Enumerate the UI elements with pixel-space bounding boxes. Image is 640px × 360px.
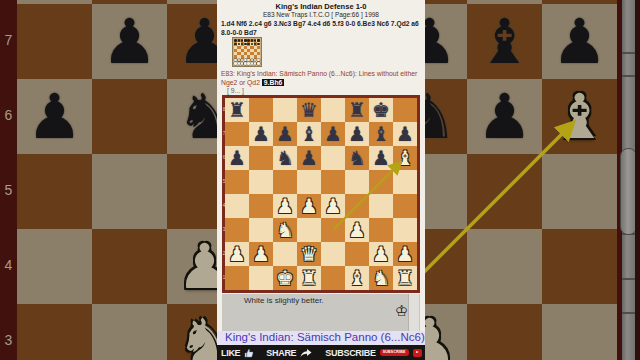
rank-label-5: 5 xyxy=(222,179,226,184)
square-d6[interactable]: ♟ xyxy=(297,146,321,170)
thumbnail-board xyxy=(234,39,260,65)
square-g3[interactable] xyxy=(369,218,393,242)
thumbnail-square xyxy=(257,62,260,65)
square-g2[interactable]: ♟ xyxy=(369,242,393,266)
rank-label-3: 3 xyxy=(222,227,226,232)
square-b8[interactable] xyxy=(249,98,273,122)
black-pawn[interactable]: ♟ xyxy=(300,146,318,170)
square-f6[interactable]: ♞ xyxy=(345,146,369,170)
square-a2[interactable]: ♟ xyxy=(225,242,249,266)
annotation-scrollbar[interactable] xyxy=(408,294,419,331)
black-rook[interactable]: ♜ xyxy=(348,98,366,122)
black-pawn[interactable]: ♟ xyxy=(372,146,390,170)
rank-label-2: 2 xyxy=(222,251,226,256)
like-button[interactable]: LIKE xyxy=(221,348,240,358)
black-pawn[interactable]: ♟ xyxy=(276,122,294,146)
square-d4[interactable]: ♟ xyxy=(297,194,321,218)
white-pawn[interactable]: ♟ xyxy=(300,194,318,218)
rank-label-4: 4 xyxy=(222,203,226,208)
king-logo-icon: ♔ xyxy=(395,304,408,319)
black-pawn[interactable]: ♟ xyxy=(228,146,246,170)
white-pawn[interactable]: ♟ xyxy=(252,242,270,266)
square-e3[interactable] xyxy=(321,218,345,242)
square-f3[interactable]: ♟ xyxy=(345,218,369,242)
square-f5[interactable] xyxy=(345,170,369,194)
white-pawn[interactable]: ♟ xyxy=(372,242,390,266)
square-e2[interactable] xyxy=(321,242,345,266)
rank-label-7: 7 xyxy=(222,131,226,136)
white-knight[interactable]: ♞ xyxy=(372,266,390,290)
square-c6[interactable]: ♞ xyxy=(273,146,297,170)
highlighted-move[interactable]: 9.Bh6 xyxy=(262,79,285,86)
white-rook[interactable]: ♜ xyxy=(396,266,414,290)
square-g7[interactable]: ♝ xyxy=(369,122,393,146)
square-h1[interactable]: ♜ xyxy=(393,266,417,290)
square-a6[interactable]: ♟ xyxy=(225,146,249,170)
game-subtitle: E83 New Traps I.T.C.O [ Page:66 ] 1998 xyxy=(217,11,425,18)
square-d8[interactable]: ♛ xyxy=(297,98,321,122)
share-arrow-icon[interactable] xyxy=(300,348,312,358)
square-e8[interactable] xyxy=(321,98,345,122)
white-rook[interactable]: ♜ xyxy=(300,266,318,290)
action-bar: LIKE SHARE SUBSCRIBE SUBSCRIBE xyxy=(217,345,425,360)
white-bishop[interactable]: ♝ xyxy=(396,146,414,170)
white-king[interactable]: ♚ xyxy=(276,266,294,290)
square-c7[interactable]: ♟ xyxy=(273,122,297,146)
opening-thumbnail[interactable] xyxy=(232,37,262,67)
square-a7[interactable] xyxy=(225,122,249,146)
square-f8[interactable]: ♜ xyxy=(345,98,369,122)
black-pawn[interactable]: ♟ xyxy=(396,122,414,146)
square-c1[interactable]: ♚ xyxy=(273,266,297,290)
square-h2[interactable]: ♟ xyxy=(393,242,417,266)
square-a8[interactable]: ♜ xyxy=(225,98,249,122)
square-e1[interactable] xyxy=(321,266,345,290)
video-title-strip: King's Indian: Sämisch Panno (6...Nc6): … xyxy=(217,331,425,345)
black-king[interactable]: ♚ xyxy=(372,98,390,122)
square-h3[interactable] xyxy=(393,218,417,242)
square-b4[interactable] xyxy=(249,194,273,218)
black-bishop[interactable]: ♝ xyxy=(300,122,318,146)
white-queen[interactable]: ♛ xyxy=(300,242,318,266)
square-f1[interactable]: ♝ xyxy=(345,266,369,290)
square-c8[interactable] xyxy=(273,98,297,122)
square-g6[interactable]: ♟ xyxy=(369,146,393,170)
move-prompt: [ 9... ] xyxy=(227,87,244,94)
white-pawn[interactable]: ♟ xyxy=(348,218,366,242)
square-e6[interactable] xyxy=(321,146,345,170)
square-b7[interactable]: ♟ xyxy=(249,122,273,146)
game-title: King's Indian Defense 1-0 xyxy=(217,2,425,11)
square-g8[interactable]: ♚ xyxy=(369,98,393,122)
square-c3[interactable]: ♞ xyxy=(273,218,297,242)
white-knight[interactable]: ♞ xyxy=(276,218,294,242)
square-b5[interactable] xyxy=(249,170,273,194)
black-knight[interactable]: ♞ xyxy=(348,146,366,170)
youtube-icon[interactable] xyxy=(413,349,422,357)
video-title: King's Indian: Sämisch Panno (6...Nc6): … xyxy=(225,331,425,343)
annotation-pane: White is slightly better. ♔ xyxy=(222,294,420,331)
square-a5[interactable] xyxy=(225,170,249,194)
square-e7[interactable]: ♟ xyxy=(321,122,345,146)
square-d2[interactable]: ♛ xyxy=(297,242,321,266)
black-pawn[interactable]: ♟ xyxy=(348,122,366,146)
square-g1[interactable]: ♞ xyxy=(369,266,393,290)
subscribe-button[interactable]: SUBSCRIBE xyxy=(380,349,409,357)
black-bishop[interactable]: ♝ xyxy=(372,122,390,146)
rank-label-6: 6 xyxy=(222,155,226,160)
evaluation-text: White is slightly better. xyxy=(244,296,324,305)
square-h7[interactable]: ♟ xyxy=(393,122,417,146)
square-a4[interactable] xyxy=(225,194,249,218)
white-pawn[interactable]: ♟ xyxy=(396,242,414,266)
opening-text: E83: King's Indian: Sämisch Panno (6...N… xyxy=(221,70,417,86)
move-list[interactable]: 1.d4 Nf6 2.c4 g6 3.Nc3 Bg7 4.e4 d6 5.f3 … xyxy=(221,20,422,37)
square-b1[interactable] xyxy=(249,266,273,290)
white-bishop[interactable]: ♝ xyxy=(348,266,366,290)
square-f7[interactable]: ♟ xyxy=(345,122,369,146)
square-e5[interactable] xyxy=(321,170,345,194)
thumbnail-white-piece xyxy=(257,62,259,65)
square-e4[interactable]: ♟ xyxy=(321,194,345,218)
black-pawn[interactable]: ♟ xyxy=(252,122,270,146)
square-d3[interactable] xyxy=(297,218,321,242)
square-d5[interactable] xyxy=(297,170,321,194)
rank-label-8: 8 xyxy=(222,107,226,112)
square-g5[interactable] xyxy=(369,170,393,194)
square-h5[interactable] xyxy=(393,170,417,194)
square-c4[interactable]: ♟ xyxy=(273,194,297,218)
black-queen[interactable]: ♛ xyxy=(300,98,318,122)
main-board-frame: ♜♛♜♚♟♟♝♟♟♝♟♟♞♟♞♟♝♟♟♟♞♟♟♟♛♟♟♚♜♝♞♜ 8765432… xyxy=(222,95,420,293)
square-f2[interactable] xyxy=(345,242,369,266)
black-knight[interactable]: ♞ xyxy=(276,146,294,170)
square-h6[interactable]: ♝ xyxy=(393,146,417,170)
square-a3[interactable] xyxy=(225,218,249,242)
white-pawn[interactable]: ♟ xyxy=(228,242,246,266)
square-f4[interactable] xyxy=(345,194,369,218)
rank-label-1: 1 xyxy=(222,275,226,280)
white-pawn[interactable]: ♟ xyxy=(276,194,294,218)
square-d1[interactable]: ♜ xyxy=(297,266,321,290)
square-c2[interactable] xyxy=(273,242,297,266)
subscribe-label: SUBSCRIBE xyxy=(325,348,375,358)
square-b6[interactable] xyxy=(249,146,273,170)
black-pawn[interactable]: ♟ xyxy=(324,122,342,146)
square-b2[interactable]: ♟ xyxy=(249,242,273,266)
main-chess-board[interactable]: ♜♛♜♚♟♟♝♟♟♝♟♟♞♟♞♟♝♟♟♟♞♟♟♟♛♟♟♚♜♝♞♜ xyxy=(225,98,417,290)
square-h4[interactable] xyxy=(393,194,417,218)
black-rook[interactable]: ♜ xyxy=(228,98,246,122)
square-a1[interactable] xyxy=(225,266,249,290)
share-button[interactable]: SHARE xyxy=(266,348,296,358)
square-d7[interactable]: ♝ xyxy=(297,122,321,146)
white-pawn[interactable]: ♟ xyxy=(324,194,342,218)
square-c5[interactable] xyxy=(273,170,297,194)
square-b3[interactable] xyxy=(249,218,273,242)
square-h8[interactable] xyxy=(393,98,417,122)
square-g4[interactable] xyxy=(369,194,393,218)
opening-description: E83: King's Indian: Sämisch Panno (6...N… xyxy=(221,70,422,87)
thumbs-up-icon[interactable] xyxy=(244,348,254,358)
